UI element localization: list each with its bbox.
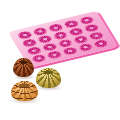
cake-body [36,68,61,88]
product-photo [0,0,120,120]
cake-body [11,81,38,101]
cake-body [13,58,34,77]
cake-caramel-drizzle [11,81,38,103]
cake-pistachio [36,68,61,90]
mold-cavity [77,42,95,52]
cake-chocolate [13,58,34,79]
